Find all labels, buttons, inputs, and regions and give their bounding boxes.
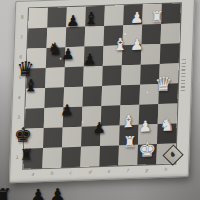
board-square — [64, 67, 84, 88]
pieces-layer: ♟♝♞♟♟♛♝♟♟♚♜♟♜♝♟♛♝♜♟♚♞ — [15, 0, 195, 1]
knight-emblem-glyph: ♞ — [170, 151, 177, 158]
captured-piece-black-pawn: ♟ — [30, 187, 46, 200]
board-square — [99, 145, 119, 166]
board-square — [43, 127, 63, 148]
piece-black-pawn: ♟ — [83, 52, 97, 67]
file-labels: abcdefgh — [15, 0, 195, 1]
piece-white-rook: ♜ — [150, 10, 164, 25]
piece-black-pawn: ♟ — [66, 14, 80, 29]
file-label: b — [42, 170, 61, 176]
rank-label: 7 — [17, 35, 26, 40]
board-square — [42, 147, 62, 168]
photo-stage: 87654321 abcdefgh ♞ ♟♝♞♟♟♛♝♟♟♚♜♟♜♝♟♛♝♜♟♚… — [0, 0, 200, 200]
piece-black-bishop: ♝ — [83, 10, 99, 28]
board-square — [104, 5, 124, 26]
board-square — [61, 147, 81, 168]
board-square — [160, 43, 180, 64]
piece-black-bishop: ♝ — [23, 77, 39, 95]
board-square — [45, 67, 65, 88]
piece-white-king: ♚ — [138, 139, 157, 160]
chess-board: 87654321 abcdefgh ♞ ♟♝♞♟♟♛♝♟♟♚♜♟♜♝♟♛♝♜♟♚… — [9, 0, 195, 183]
board-square — [85, 26, 105, 47]
piece-white-pawn: ♟ — [130, 38, 144, 53]
board-square — [160, 23, 180, 44]
file-label: d — [80, 169, 99, 175]
rank-label: 8 — [18, 15, 27, 20]
board-square — [161, 3, 181, 24]
piece-white-pawn: ♟ — [138, 119, 152, 134]
board-square — [28, 8, 48, 29]
piece-white-bishop: ♝ — [120, 113, 136, 131]
file-label: a — [23, 171, 42, 177]
piece-white-queen: ♛ — [154, 74, 173, 95]
file-label: g — [137, 167, 156, 173]
piece-black-pawn: ♟ — [92, 121, 106, 136]
board-square — [80, 146, 100, 167]
brand-stamp — [181, 59, 186, 92]
captured-piece-black-pawn: ♟ — [49, 186, 66, 200]
piece-white-bishop: ♝ — [112, 36, 128, 54]
captured-piece-black-rook: ♜ — [0, 186, 13, 200]
board-square — [121, 65, 141, 86]
piece-black-rook: ♜ — [19, 147, 33, 162]
board-square — [102, 65, 122, 86]
file-label: e — [99, 168, 118, 174]
piece-white-pawn: ♟ — [130, 10, 144, 25]
board-square — [83, 66, 103, 87]
board-square — [62, 127, 82, 148]
file-label: f — [118, 168, 137, 174]
board-square — [82, 86, 102, 107]
piece-white-knight: ♞ — [159, 116, 175, 134]
piece-black-king: ♚ — [14, 124, 33, 145]
board-square — [141, 44, 161, 65]
board-square — [101, 85, 121, 106]
rank-label: 3 — [14, 115, 23, 120]
board-square — [47, 7, 67, 28]
file-label: h — [156, 166, 175, 172]
piece-black-pawn: ♟ — [60, 103, 74, 118]
file-label: c — [61, 170, 80, 176]
rank-labels: 87654321 — [15, 0, 195, 1]
board-square — [141, 24, 161, 45]
piece-white-rook: ♜ — [123, 135, 137, 150]
board-square — [120, 85, 140, 106]
piece-black-pawn: ♟ — [61, 47, 75, 62]
board-square — [28, 28, 48, 49]
